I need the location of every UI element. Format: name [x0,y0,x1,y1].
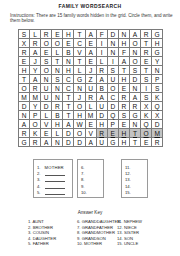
answer-key-heading: Answer Key [0,210,180,215]
grid-cell[interactable]: D [74,138,85,147]
answer-key-column: 11. NEPHEW12. NIECE13. SISTER14. SON15. … [117,219,174,247]
answer-key-entry: 15. UNCLE [117,241,174,247]
grid-cell[interactable]: N [52,138,63,147]
blank-number: 9. [81,184,87,189]
blank-number: 5. [37,190,43,195]
grid-cell[interactable]: E [141,138,152,147]
grid-cell[interactable]: H [119,138,130,147]
answer-key-entry: 10. MOTHER [77,241,117,247]
blank-number: 10. [81,190,87,195]
blank-number: 8. [81,177,87,182]
answer-key-list: 1. AUNT2. BROTHER3. COUSIN4. DAUGHTER5. … [28,219,174,247]
grid-cell[interactable]: R [30,138,41,147]
grid-cell[interactable]: D [63,138,74,147]
answer-key-entry: 5. FATHER [28,241,77,247]
blank-number: 4. [37,184,43,189]
grid-cell[interactable]: R [152,138,163,147]
answer-key-entry: 6. GRANDDAUGHTER [77,219,117,225]
answer-blank-line[interactable] [45,177,65,182]
page-title: FAMILY WORDSEARCH [0,3,180,9]
blank-number: 3. [37,177,43,182]
blank-number: 15. [125,190,131,195]
worksheet-page: FAMILY WORDSEARCH Instructions: There ar… [0,0,180,256]
answer-blanks-box-1: 1.MOTHER2.3.4.5. [33,159,73,198]
blank-number: 2. [37,171,43,176]
answer-key-column: 1. AUNT2. BROTHER3. COUSIN4. DAUGHTER5. … [28,219,77,247]
grid-cell[interactable]: T [130,138,141,147]
blank-number: 14. [125,184,131,189]
wordsearch-grid: SLREHTAFDNARGXROOECEINHOTHRAELBVAINFNRGE… [18,29,163,147]
answer-blank-line[interactable] [45,184,65,189]
answer-blanks-box-3: 11.12.13.14.15. [121,159,148,198]
grid-cell[interactable]: A [41,138,52,147]
blank-number: 7. [81,171,87,176]
answer-blank-line[interactable] [45,190,65,195]
answer-blank-item: 5. [37,189,72,195]
blank-number: 11. [125,165,131,170]
answer-key-entry: 8. GRANDMOTHER [77,230,117,236]
answer-blank-item: 10. [81,189,103,195]
blank-number: 6. [81,165,87,170]
answer-blank-item: 15. [125,189,147,195]
blank-number: 12. [125,171,131,176]
filled-answer-word: MOTHER [45,165,64,170]
instructions-text: Instructions: There are 15 family words … [10,13,173,24]
grid-cell[interactable]: G [19,138,30,147]
grid-cell[interactable]: G [108,138,119,147]
blank-number: 1. [37,165,43,170]
answer-blank-line[interactable] [45,171,65,176]
grid-cell[interactable]: A [86,138,97,147]
answer-blanks-box-2: 6.7.8.9.10. [77,159,104,198]
grid-cell[interactable]: U [97,138,108,147]
blank-number: 13. [125,177,131,182]
answer-key-column: 6. GRANDDAUGHTER7. GRANDFATHER8. GRANDMO… [77,219,117,247]
